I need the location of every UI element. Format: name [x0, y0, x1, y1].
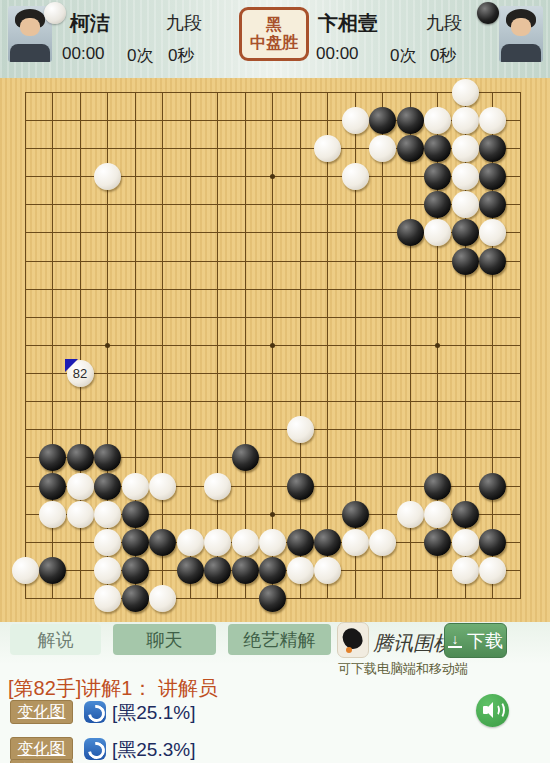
black-stone — [452, 219, 479, 246]
white-stone — [452, 79, 479, 106]
white-stone — [369, 529, 396, 556]
black-stone — [397, 219, 424, 246]
black-stone — [122, 557, 149, 584]
white-stone — [314, 135, 341, 162]
avatar-face — [511, 18, 531, 36]
black-stone — [232, 557, 259, 584]
tab-chat[interactable]: 聊天 — [113, 624, 216, 655]
white-stone — [342, 529, 369, 556]
black-stone — [479, 473, 506, 500]
black-stone — [369, 107, 396, 134]
player-right-byoyomi-seconds: 0秒 — [430, 44, 456, 67]
black-stone — [479, 135, 506, 162]
tab-ai-analysis[interactable]: 绝艺精解 — [228, 624, 331, 655]
white-stone — [342, 107, 369, 134]
black-stone — [232, 444, 259, 471]
player-left-clock: 00:00 — [62, 44, 105, 64]
ai-engine-icon — [84, 701, 106, 723]
black-stone — [259, 585, 286, 612]
player-left-byoyomi-count: 0次 — [127, 44, 153, 67]
player-right-name: 卞相壹 — [318, 10, 378, 37]
player-right-byoyomi-count: 0次 — [390, 44, 416, 67]
black-stone — [452, 501, 479, 528]
result-badge: 黑 中盘胜 — [239, 7, 309, 61]
top-bar: 柯洁 九段 00:00 0次 0秒 黑 中盘胜 卞相壹 九段 00:00 0次 … — [0, 0, 550, 78]
variation-row-partial: 变化图 — [0, 759, 550, 763]
grid-line-h — [25, 373, 521, 374]
black-stone — [39, 557, 66, 584]
download-label: 下载 — [467, 629, 503, 653]
white-stone — [287, 557, 314, 584]
black-stone — [287, 529, 314, 556]
result-line1: 黑 — [266, 16, 282, 34]
white-stone — [314, 557, 341, 584]
white-stone — [67, 473, 94, 500]
grid-line-h — [25, 401, 521, 402]
white-stone — [94, 585, 121, 612]
white-stone — [94, 557, 121, 584]
star-point — [270, 512, 275, 517]
black-stone — [397, 107, 424, 134]
black-stone — [314, 529, 341, 556]
bottom-panel: 解说 聊天 绝艺精解 腾讯围棋 ↓ 下载 可下载电脑端和移动端 [第82手]讲解… — [0, 622, 550, 763]
black-stone — [204, 557, 231, 584]
go-board[interactable]: 82 — [0, 78, 550, 622]
tencent-go-logo-icon — [337, 622, 369, 658]
white-stone — [177, 529, 204, 556]
white-stone — [94, 529, 121, 556]
black-stone — [287, 473, 314, 500]
white-stone — [232, 529, 259, 556]
black-stone — [177, 557, 204, 584]
download-note: 可下载电脑端和移动端 — [338, 660, 468, 678]
last-move-marker-icon — [65, 359, 78, 372]
white-stone — [452, 135, 479, 162]
avatar-body — [501, 44, 541, 62]
variation-diagram-button[interactable]: 变化图 — [10, 700, 73, 724]
white-stone — [149, 585, 176, 612]
download-icon: ↓ — [448, 633, 462, 648]
black-stone — [424, 135, 451, 162]
black-stone-icon — [477, 2, 499, 24]
black-stone — [259, 557, 286, 584]
black-stone — [452, 248, 479, 275]
white-stone-icon — [44, 2, 66, 24]
black-stone — [424, 163, 451, 190]
white-stone — [204, 473, 231, 500]
white-stone — [424, 107, 451, 134]
app-name: 腾讯围棋 — [373, 630, 453, 657]
black-stone — [39, 473, 66, 500]
black-stone — [94, 473, 121, 500]
black-stone — [397, 135, 424, 162]
player-left-byoyomi-seconds: 0秒 — [168, 44, 194, 67]
download-button[interactable]: ↓ 下载 — [444, 623, 507, 658]
black-stone — [424, 529, 451, 556]
white-stone — [452, 163, 479, 190]
white-stone — [259, 529, 286, 556]
white-stone — [122, 473, 149, 500]
white-stone — [39, 501, 66, 528]
grid-line-h — [25, 429, 521, 430]
win-rate-value: [黑25.1%] — [112, 700, 195, 726]
black-stone — [122, 501, 149, 528]
white-stone — [204, 529, 231, 556]
white-stone — [424, 501, 451, 528]
white-stone — [67, 501, 94, 528]
grid-line-v — [382, 92, 383, 599]
black-stone — [479, 163, 506, 190]
player-right-clock: 00:00 — [316, 44, 359, 64]
white-stone — [287, 416, 314, 443]
variation-row: 变化图 [黑25.1%] — [0, 700, 550, 726]
commentary-line: [第82手]讲解1： 讲解员 — [8, 675, 218, 702]
ai-engine-icon — [84, 738, 106, 760]
star-point — [105, 343, 110, 348]
variation-diagram-button[interactable]: 变化图 — [10, 737, 73, 761]
white-stone — [342, 163, 369, 190]
black-stone — [149, 529, 176, 556]
white-stone — [149, 473, 176, 500]
star-point — [270, 343, 275, 348]
black-stone — [122, 529, 149, 556]
avatar-right-player — [499, 6, 543, 62]
avatar-face — [20, 18, 40, 36]
player-left-rank: 九段 — [166, 11, 202, 35]
grid-line-v — [300, 92, 301, 599]
black-stone — [479, 248, 506, 275]
black-stone — [424, 473, 451, 500]
white-stone — [94, 163, 121, 190]
white-stone — [452, 529, 479, 556]
white-stone — [94, 501, 121, 528]
black-stone — [122, 585, 149, 612]
white-stone — [452, 191, 479, 218]
white-stone — [397, 501, 424, 528]
variation-diagram-button[interactable]: 变化图 — [10, 759, 73, 763]
grid-line-v — [520, 92, 521, 599]
white-stone — [12, 557, 39, 584]
black-stone — [479, 529, 506, 556]
speaker-button[interactable] — [476, 694, 509, 727]
player-right-rank: 九段 — [426, 11, 462, 35]
player-left-name: 柯洁 — [70, 10, 110, 37]
tencent-go-app: 柯洁 九段 00:00 0次 0秒 黑 中盘胜 卞相壹 九段 00:00 0次 … — [0, 0, 550, 763]
star-point — [435, 343, 440, 348]
grid-line-v — [327, 92, 328, 599]
white-stone — [479, 557, 506, 584]
avatar-body — [10, 44, 50, 62]
black-stone — [67, 444, 94, 471]
result-line2: 中盘胜 — [250, 34, 298, 52]
tab-commentary[interactable]: 解说 — [10, 624, 101, 655]
white-stone — [452, 107, 479, 134]
white-stone — [479, 107, 506, 134]
white-stone — [369, 135, 396, 162]
white-stone — [452, 557, 479, 584]
black-stone — [342, 501, 369, 528]
